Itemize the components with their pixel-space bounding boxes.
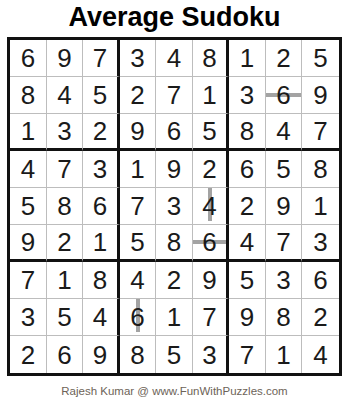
- cell-r7c8: 3: [266, 262, 303, 299]
- cell-digit: 6: [202, 229, 216, 255]
- cell-r2c1: 8: [10, 77, 47, 114]
- cell-digit: 2: [167, 267, 181, 293]
- cell-r7c7: 5: [229, 262, 266, 299]
- cell-digit: 6: [130, 304, 144, 330]
- cell-digit: 6: [313, 267, 327, 293]
- cell-digit: 8: [57, 193, 71, 219]
- cell-digit: 2: [21, 342, 35, 368]
- cell-r5c4: 7: [120, 188, 157, 225]
- cell-digit: 6: [93, 193, 107, 219]
- cell-digit: 3: [240, 82, 254, 108]
- cell-r2c9: 9: [302, 77, 339, 114]
- cell-digit: 8: [130, 342, 144, 368]
- cell-digit: 5: [276, 156, 290, 182]
- cell-digit: 4: [21, 156, 35, 182]
- cell-digit: 9: [313, 82, 327, 108]
- cell-r7c9: 6: [302, 262, 339, 299]
- cell-r3c7: 8: [229, 114, 266, 151]
- cell-r4c6: 2: [193, 151, 230, 188]
- cell-digit: 4: [57, 82, 71, 108]
- cell-r1c9: 5: [302, 40, 339, 77]
- sudoku-board: 6973481258452713691329658474731926585867…: [7, 37, 342, 376]
- cell-digit: 1: [240, 45, 254, 71]
- cell-digit: 3: [21, 304, 35, 330]
- cell-r9c2: 6: [47, 336, 84, 373]
- cell-digit: 5: [167, 342, 181, 368]
- cell-r1c5: 4: [156, 40, 193, 77]
- cell-digit: 3: [93, 156, 107, 182]
- cell-r3c6: 5: [193, 114, 230, 151]
- cell-digit: 1: [57, 267, 71, 293]
- cell-digit: 7: [276, 229, 290, 255]
- cell-digit: 5: [202, 118, 216, 144]
- cell-r6c7: 4: [229, 225, 266, 262]
- cell-digit: 1: [130, 156, 144, 182]
- cell-digit: 6: [57, 342, 71, 368]
- cell-r3c1: 1: [10, 114, 47, 151]
- cell-digit: 4: [202, 193, 216, 219]
- cell-r9c1: 2: [10, 336, 47, 373]
- puzzle-title: Average Sudoku: [68, 2, 280, 33]
- cell-r2c8: 6: [266, 77, 303, 114]
- cell-r4c8: 5: [266, 151, 303, 188]
- cell-digit: 7: [130, 193, 144, 219]
- cell-digit: 2: [202, 156, 216, 182]
- cell-digit: 9: [202, 267, 216, 293]
- cell-digit: 9: [57, 45, 71, 71]
- cell-r9c3: 9: [83, 336, 120, 373]
- cell-r5c2: 8: [47, 188, 84, 225]
- cell-r1c8: 2: [266, 40, 303, 77]
- cell-r4c3: 3: [83, 151, 120, 188]
- cell-r5c9: 1: [302, 188, 339, 225]
- cell-r5c3: 6: [83, 188, 120, 225]
- cell-digit: 4: [240, 229, 254, 255]
- cell-r4c4: 1: [120, 151, 157, 188]
- cell-digit: 9: [240, 304, 254, 330]
- cell-digit: 9: [93, 342, 107, 368]
- cell-digit: 8: [202, 45, 216, 71]
- cell-r2c6: 1: [193, 77, 230, 114]
- cell-r8c6: 7: [193, 299, 230, 336]
- cell-digit: 4: [130, 267, 144, 293]
- cell-digit: 1: [202, 82, 216, 108]
- cell-digit: 5: [130, 229, 144, 255]
- cell-digit: 2: [130, 82, 144, 108]
- cell-r5c8: 9: [266, 188, 303, 225]
- cell-r1c6: 8: [193, 40, 230, 77]
- cell-r6c3: 1: [83, 225, 120, 262]
- cell-r1c4: 3: [120, 40, 157, 77]
- cell-r8c4: 6: [120, 299, 157, 336]
- cell-digit: 4: [313, 342, 327, 368]
- cell-digit: 5: [93, 82, 107, 108]
- cell-digit: 8: [93, 267, 107, 293]
- cell-r6c2: 2: [47, 225, 84, 262]
- cell-digit: 7: [313, 118, 327, 144]
- cell-r7c2: 1: [47, 262, 84, 299]
- cell-digit: 2: [276, 45, 290, 71]
- cell-r2c5: 7: [156, 77, 193, 114]
- cell-r6c6: 6: [193, 225, 230, 262]
- cell-digit: 9: [21, 229, 35, 255]
- cell-digit: 3: [57, 118, 71, 144]
- cell-digit: 3: [313, 229, 327, 255]
- cell-digit: 9: [130, 118, 144, 144]
- cell-digit: 7: [240, 342, 254, 368]
- cell-digit: 7: [93, 45, 107, 71]
- cell-r6c5: 8: [156, 225, 193, 262]
- cell-digit: 9: [167, 156, 181, 182]
- cell-digit: 5: [21, 193, 35, 219]
- cell-r9c5: 5: [156, 336, 193, 373]
- cell-digit: 8: [313, 156, 327, 182]
- cell-digit: 4: [93, 304, 107, 330]
- cell-r6c4: 5: [120, 225, 157, 262]
- cell-r6c8: 7: [266, 225, 303, 262]
- cell-r8c1: 3: [10, 299, 47, 336]
- cell-digit: 1: [276, 342, 290, 368]
- cell-r2c7: 3: [229, 77, 266, 114]
- cell-digit: 8: [21, 82, 35, 108]
- cell-r8c2: 5: [47, 299, 84, 336]
- puzzle-page: Average Sudoku 6973481258452713691329658…: [0, 0, 349, 400]
- cell-r9c4: 8: [120, 336, 157, 373]
- cell-digit: 7: [57, 156, 71, 182]
- cell-digit: 1: [167, 304, 181, 330]
- cell-r1c2: 9: [47, 40, 84, 77]
- cell-r8c7: 9: [229, 299, 266, 336]
- cell-digit: 1: [93, 229, 107, 255]
- cell-r7c1: 7: [10, 262, 47, 299]
- cell-r1c7: 1: [229, 40, 266, 77]
- cell-r2c4: 2: [120, 77, 157, 114]
- cell-r7c5: 2: [156, 262, 193, 299]
- cell-digit: 3: [130, 45, 144, 71]
- cell-digit: 4: [276, 118, 290, 144]
- cell-r5c7: 2: [229, 188, 266, 225]
- cell-digit: 3: [276, 267, 290, 293]
- cell-r9c7: 7: [229, 336, 266, 373]
- cell-r7c6: 9: [193, 262, 230, 299]
- cell-r2c2: 4: [47, 77, 84, 114]
- cell-digit: 5: [57, 304, 71, 330]
- cell-r6c1: 9: [10, 225, 47, 262]
- cell-r9c8: 1: [266, 336, 303, 373]
- cell-digit: 6: [240, 156, 254, 182]
- cell-digit: 3: [167, 193, 181, 219]
- cell-r3c3: 2: [83, 114, 120, 151]
- cell-r3c9: 7: [302, 114, 339, 151]
- cell-digit: 2: [240, 193, 254, 219]
- cell-digit: 5: [240, 267, 254, 293]
- cell-r5c5: 3: [156, 188, 193, 225]
- cell-r4c1: 4: [10, 151, 47, 188]
- cell-digit: 9: [276, 193, 290, 219]
- cell-digit: 3: [202, 342, 216, 368]
- cell-digit: 8: [167, 229, 181, 255]
- cell-r4c5: 9: [156, 151, 193, 188]
- cell-r6c9: 3: [302, 225, 339, 262]
- cell-digit: 2: [313, 304, 327, 330]
- cell-digit: 7: [167, 82, 181, 108]
- cell-digit: 6: [167, 118, 181, 144]
- cell-r8c8: 8: [266, 299, 303, 336]
- cell-r2c3: 5: [83, 77, 120, 114]
- cell-digit: 1: [313, 193, 327, 219]
- cell-r7c4: 4: [120, 262, 157, 299]
- cell-r1c3: 7: [83, 40, 120, 77]
- cell-digit: 8: [276, 304, 290, 330]
- cell-digit: 8: [240, 118, 254, 144]
- cell-r5c6: 4: [193, 188, 230, 225]
- cell-r3c4: 9: [120, 114, 157, 151]
- cell-digit: 7: [21, 267, 35, 293]
- cell-r4c7: 6: [229, 151, 266, 188]
- cell-digit: 6: [276, 82, 290, 108]
- cell-digit: 6: [21, 45, 35, 71]
- cell-r9c9: 4: [302, 336, 339, 373]
- cell-r3c5: 6: [156, 114, 193, 151]
- cell-digit: 4: [167, 45, 181, 71]
- cell-r1c1: 6: [10, 40, 47, 77]
- cell-r3c8: 4: [266, 114, 303, 151]
- cell-digit: 2: [93, 118, 107, 144]
- cell-digit: 2: [57, 229, 71, 255]
- cell-digit: 1: [21, 118, 35, 144]
- cell-r8c3: 4: [83, 299, 120, 336]
- cell-r8c9: 2: [302, 299, 339, 336]
- cell-r9c6: 3: [193, 336, 230, 373]
- cell-r5c1: 5: [10, 188, 47, 225]
- cell-digit: 5: [313, 45, 327, 71]
- cell-r7c3: 8: [83, 262, 120, 299]
- cell-r8c5: 1: [156, 299, 193, 336]
- cell-r3c2: 3: [47, 114, 84, 151]
- credit-text: Rajesh Kumar @ www.FunWithPuzzles.com: [61, 385, 287, 397]
- cell-r4c9: 8: [302, 151, 339, 188]
- cell-r4c2: 7: [47, 151, 84, 188]
- cell-digit: 7: [202, 304, 216, 330]
